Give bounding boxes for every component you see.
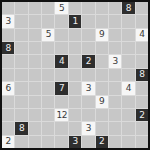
cell-r2c6[interactable] (82, 29, 94, 41)
cell-r7c9[interactable] (122, 96, 134, 108)
cell-r9c5[interactable] (69, 122, 81, 134)
cell-r9c1[interactable]: 8 (15, 122, 27, 134)
cell-r10c4[interactable] (55, 136, 67, 148)
cell-r9c6[interactable]: 3 (82, 122, 94, 134)
cell-r3c10[interactable] (136, 42, 148, 54)
cell-r3c8[interactable] (109, 42, 121, 54)
cell-r0c3[interactable] (42, 2, 54, 14)
cell-r1c6[interactable] (82, 15, 94, 27)
cell-r5c0[interactable] (2, 69, 14, 81)
cell-r1c1[interactable] (15, 15, 27, 27)
cell-r3c5[interactable] (69, 42, 81, 54)
cell-r6c7[interactable] (96, 82, 108, 94)
cell-r1c4[interactable] (55, 15, 67, 27)
cell-r10c9[interactable] (122, 136, 134, 148)
puzzle-frame: 5831594842386734912283232 (0, 0, 150, 150)
cell-r3c3[interactable] (42, 42, 54, 54)
cell-r6c4[interactable]: 7 (55, 82, 67, 94)
cell-r3c6[interactable] (82, 42, 94, 54)
cell-r7c8[interactable] (109, 96, 121, 108)
cell-r10c6[interactable] (82, 136, 94, 148)
cell-r9c7[interactable] (96, 122, 108, 134)
cell-r4c8[interactable]: 3 (109, 55, 121, 67)
cell-r10c0[interactable]: 2 (2, 136, 14, 148)
cell-r4c7[interactable] (96, 55, 108, 67)
cell-r7c1[interactable] (15, 96, 27, 108)
cell-r1c8[interactable] (109, 15, 121, 27)
cell-r8c1[interactable] (15, 109, 27, 121)
cell-r10c1[interactable] (15, 136, 27, 148)
cell-r1c7[interactable] (96, 15, 108, 27)
cell-r4c1[interactable] (15, 55, 27, 67)
cell-r4c2[interactable] (29, 55, 41, 67)
cell-r2c1[interactable] (15, 29, 27, 41)
cell-r2c9[interactable] (122, 29, 134, 41)
cell-r5c10[interactable]: 8 (136, 69, 148, 81)
cell-r10c10[interactable] (136, 136, 148, 148)
cell-r0c10[interactable] (136, 2, 148, 14)
cell-r0c1[interactable] (15, 2, 27, 14)
cell-r2c10[interactable]: 4 (136, 29, 148, 41)
cell-r5c8[interactable] (109, 69, 121, 81)
cell-r4c4[interactable]: 4 (55, 55, 67, 67)
cell-r7c7[interactable]: 9 (96, 96, 108, 108)
cell-r10c7[interactable]: 2 (96, 136, 108, 148)
cell-r3c1[interactable] (15, 42, 27, 54)
cell-r4c6[interactable]: 2 (82, 55, 94, 67)
cell-r3c4[interactable] (55, 42, 67, 54)
cell-r7c4[interactable] (55, 96, 67, 108)
cell-r6c1[interactable] (15, 82, 27, 94)
cell-r6c3[interactable] (42, 82, 54, 94)
cell-r9c9[interactable] (122, 122, 134, 134)
cell-r2c3[interactable]: 5 (42, 29, 54, 41)
cell-r1c2[interactable] (29, 15, 41, 27)
cell-r7c0[interactable] (2, 96, 14, 108)
cell-r1c9[interactable] (122, 15, 134, 27)
cell-r9c3[interactable] (42, 122, 54, 134)
cell-r5c5[interactable] (69, 69, 81, 81)
cell-r3c9[interactable] (122, 42, 134, 54)
cell-r0c5[interactable] (69, 2, 81, 14)
cell-r3c0[interactable]: 8 (2, 42, 14, 54)
cell-r4c9[interactable] (122, 55, 134, 67)
cell-r7c2[interactable] (29, 96, 41, 108)
cell-r7c6[interactable] (82, 96, 94, 108)
cell-r0c0[interactable] (2, 2, 14, 14)
cell-r7c5[interactable] (69, 96, 81, 108)
cell-r2c5[interactable] (69, 29, 81, 41)
cell-r9c10[interactable] (136, 122, 148, 134)
cell-r10c3[interactable] (42, 136, 54, 148)
cell-r5c9[interactable] (122, 69, 134, 81)
cell-r1c0[interactable]: 3 (2, 15, 14, 27)
cell-r9c4[interactable] (55, 122, 67, 134)
cell-r0c7[interactable] (96, 2, 108, 14)
cell-r8c4[interactable]: 12 (55, 109, 67, 121)
cell-r5c2[interactable] (29, 69, 41, 81)
cell-r9c0[interactable] (2, 122, 14, 134)
cell-r0c6[interactable] (82, 2, 94, 14)
cell-r0c9[interactable]: 8 (122, 2, 134, 14)
cell-r4c5[interactable] (69, 55, 81, 67)
cell-r5c4[interactable] (55, 69, 67, 81)
cell-r8c10[interactable]: 2 (136, 109, 148, 121)
cell-r5c6[interactable] (82, 69, 94, 81)
cell-r7c10[interactable] (136, 96, 148, 108)
cell-r1c3[interactable] (42, 15, 54, 27)
cell-r6c0[interactable]: 6 (2, 82, 14, 94)
cell-r8c8[interactable] (109, 109, 121, 121)
cell-r4c3[interactable] (42, 55, 54, 67)
cell-r2c8[interactable] (109, 29, 121, 41)
cell-r4c0[interactable] (2, 55, 14, 67)
cell-r6c5[interactable] (69, 82, 81, 94)
cell-r0c4[interactable]: 5 (55, 2, 67, 14)
puzzle-board: 5831594842386734912283232 (2, 2, 148, 148)
cell-r3c2[interactable] (29, 42, 41, 54)
cell-r10c8[interactable] (109, 136, 121, 148)
cell-r6c6[interactable]: 3 (82, 82, 94, 94)
cell-r2c7[interactable]: 9 (96, 29, 108, 41)
cell-r8c5[interactable] (69, 109, 81, 121)
cell-r0c2[interactable] (29, 2, 41, 14)
cell-r8c7[interactable] (96, 109, 108, 121)
cell-r10c2[interactable] (29, 136, 41, 148)
cell-r5c1[interactable] (15, 69, 27, 81)
cell-r6c8[interactable] (109, 82, 121, 94)
cell-r2c0[interactable] (2, 29, 14, 41)
cell-r9c8[interactable] (109, 122, 121, 134)
cell-r8c6[interactable] (82, 109, 94, 121)
cell-r5c3[interactable] (42, 69, 54, 81)
cell-r0c8[interactable] (109, 2, 121, 14)
cell-r6c2[interactable] (29, 82, 41, 94)
cell-r5c7[interactable] (96, 69, 108, 81)
cell-r6c9[interactable]: 4 (122, 82, 134, 94)
cell-r10c5[interactable]: 3 (69, 136, 81, 148)
cell-r9c2[interactable] (29, 122, 41, 134)
cell-r6c10[interactable] (136, 82, 148, 94)
cell-r8c2[interactable] (29, 109, 41, 121)
cell-r8c3[interactable] (42, 109, 54, 121)
cell-r7c3[interactable] (42, 96, 54, 108)
cell-r8c0[interactable] (2, 109, 14, 121)
cell-r3c7[interactable] (96, 42, 108, 54)
cell-r2c2[interactable] (29, 29, 41, 41)
cell-r1c5[interactable]: 1 (69, 15, 81, 27)
cell-r1c10[interactable] (136, 15, 148, 27)
cell-r2c4[interactable] (55, 29, 67, 41)
cell-r4c10[interactable] (136, 55, 148, 67)
cell-r8c9[interactable] (122, 109, 134, 121)
